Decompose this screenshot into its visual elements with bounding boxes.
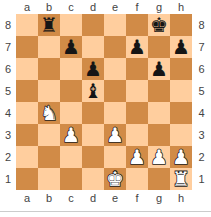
file-label-c-bottom: c <box>60 190 82 206</box>
rank-label-5-left: 5 <box>0 80 16 102</box>
square-c6[interactable] <box>60 58 82 80</box>
rank-label-2-right: 2 <box>192 146 211 168</box>
square-b1[interactable] <box>38 168 60 190</box>
board-corner <box>192 0 211 14</box>
square-a1[interactable] <box>16 168 38 190</box>
rank-label-7-left: 7 <box>0 36 16 58</box>
square-h7[interactable]: ♟ <box>170 36 192 58</box>
piece-black-pawn: ♟ <box>172 36 190 58</box>
chess-board: abcdefgh8♜♚87♟♟♟76♟♟65♝54♞43♟♟32♟♟♟21♚♜1… <box>0 0 211 206</box>
square-h8[interactable] <box>170 14 192 36</box>
piece-white-knight: ♞ <box>40 102 58 124</box>
file-label-b-top: b <box>38 0 60 14</box>
piece-white-rook: ♜ <box>172 168 190 190</box>
square-d4[interactable] <box>82 102 104 124</box>
rank-label-8-left: 8 <box>0 14 16 36</box>
square-d2[interactable] <box>82 146 104 168</box>
file-label-e-bottom: e <box>104 190 126 206</box>
rank-label-3-right: 3 <box>192 124 211 146</box>
file-label-g-bottom: g <box>148 190 170 206</box>
square-d8[interactable] <box>82 14 104 36</box>
board-corner <box>0 0 16 14</box>
piece-white-pawn: ♟ <box>128 146 146 168</box>
square-h5[interactable] <box>170 80 192 102</box>
board-corner <box>0 190 16 206</box>
square-h2[interactable]: ♟ <box>170 146 192 168</box>
square-f5[interactable] <box>126 80 148 102</box>
square-b7[interactable] <box>38 36 60 58</box>
piece-black-pawn: ♟ <box>62 36 80 58</box>
square-a3[interactable] <box>16 124 38 146</box>
piece-white-pawn: ♟ <box>150 146 168 168</box>
rank-label-4-left: 4 <box>0 102 16 124</box>
file-label-f-top: f <box>126 0 148 14</box>
square-d5[interactable]: ♝ <box>82 80 104 102</box>
piece-black-bishop: ♝ <box>84 80 102 102</box>
square-a4[interactable] <box>16 102 38 124</box>
square-f8[interactable] <box>126 14 148 36</box>
piece-white-pawn: ♟ <box>172 146 190 168</box>
square-d3[interactable] <box>82 124 104 146</box>
piece-black-pawn: ♟ <box>84 58 102 80</box>
square-c3[interactable]: ♟ <box>60 124 82 146</box>
rank-label-4-right: 4 <box>192 102 211 124</box>
rank-label-2-left: 2 <box>0 146 16 168</box>
piece-black-king: ♚ <box>150 14 168 36</box>
square-c4[interactable] <box>60 102 82 124</box>
rank-label-6-right: 6 <box>192 58 211 80</box>
square-c1[interactable] <box>60 168 82 190</box>
square-e8[interactable] <box>104 14 126 36</box>
separator-line <box>0 211 211 212</box>
file-label-a-top: a <box>16 0 38 14</box>
rank-label-3-left: 3 <box>0 124 16 146</box>
file-label-a-bottom: a <box>16 190 38 206</box>
square-g8[interactable]: ♚ <box>148 14 170 36</box>
square-e5[interactable] <box>104 80 126 102</box>
square-g7[interactable] <box>148 36 170 58</box>
square-c8[interactable] <box>60 14 82 36</box>
file-label-h-top: h <box>170 0 192 14</box>
square-g3[interactable] <box>148 124 170 146</box>
square-f6[interactable] <box>126 58 148 80</box>
square-g5[interactable] <box>148 80 170 102</box>
file-label-b-bottom: b <box>38 190 60 206</box>
file-label-g-top: g <box>148 0 170 14</box>
square-a2[interactable] <box>16 146 38 168</box>
square-b2[interactable] <box>38 146 60 168</box>
square-f7[interactable]: ♟ <box>126 36 148 58</box>
piece-white-pawn: ♟ <box>106 124 124 146</box>
square-d6[interactable]: ♟ <box>82 58 104 80</box>
square-g4[interactable] <box>148 102 170 124</box>
piece-black-pawn: ♟ <box>128 36 146 58</box>
square-c2[interactable] <box>60 146 82 168</box>
square-b3[interactable] <box>38 124 60 146</box>
square-d7[interactable] <box>82 36 104 58</box>
piece-white-king: ♚ <box>106 168 124 190</box>
square-g6[interactable]: ♟ <box>148 58 170 80</box>
square-a7[interactable] <box>16 36 38 58</box>
rank-label-5-right: 5 <box>192 80 211 102</box>
square-a5[interactable] <box>16 80 38 102</box>
square-c5[interactable] <box>60 80 82 102</box>
square-f2[interactable]: ♟ <box>126 146 148 168</box>
square-e2[interactable] <box>104 146 126 168</box>
rank-label-8-right: 8 <box>192 14 211 36</box>
square-e3[interactable]: ♟ <box>104 124 126 146</box>
square-g1[interactable] <box>148 168 170 190</box>
piece-black-pawn: ♟ <box>150 58 168 80</box>
file-label-f-bottom: f <box>126 190 148 206</box>
chess-diagram-page: abcdefgh8♜♚87♟♟♟76♟♟65♝54♞43♟♟32♟♟♟21♚♜1… <box>0 0 211 217</box>
square-h4[interactable] <box>170 102 192 124</box>
rank-label-1-left: 1 <box>0 168 16 190</box>
square-f4[interactable] <box>126 102 148 124</box>
square-f3[interactable] <box>126 124 148 146</box>
rank-label-1-right: 1 <box>192 168 211 190</box>
file-label-d-bottom: d <box>82 190 104 206</box>
file-label-c-top: c <box>60 0 82 14</box>
board-corner <box>192 190 211 206</box>
rank-label-7-right: 7 <box>192 36 211 58</box>
square-e4[interactable] <box>104 102 126 124</box>
file-label-d-top: d <box>82 0 104 14</box>
square-c7[interactable]: ♟ <box>60 36 82 58</box>
piece-black-rook: ♜ <box>40 14 58 36</box>
square-e6[interactable] <box>104 58 126 80</box>
square-h3[interactable] <box>170 124 192 146</box>
piece-white-pawn: ♟ <box>62 124 80 146</box>
square-a8[interactable] <box>16 14 38 36</box>
square-h1[interactable]: ♜ <box>170 168 192 190</box>
square-b5[interactable] <box>38 80 60 102</box>
square-h6[interactable] <box>170 58 192 80</box>
file-label-e-top: e <box>104 0 126 14</box>
square-b6[interactable] <box>38 58 60 80</box>
square-g2[interactable]: ♟ <box>148 146 170 168</box>
square-a6[interactable] <box>16 58 38 80</box>
square-d1[interactable] <box>82 168 104 190</box>
rank-label-6-left: 6 <box>0 58 16 80</box>
square-f1[interactable] <box>126 168 148 190</box>
square-b8[interactable]: ♜ <box>38 14 60 36</box>
file-label-h-bottom: h <box>170 190 192 206</box>
square-e7[interactable] <box>104 36 126 58</box>
square-b4[interactable]: ♞ <box>38 102 60 124</box>
square-e1[interactable]: ♚ <box>104 168 126 190</box>
